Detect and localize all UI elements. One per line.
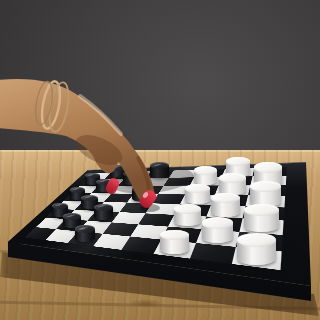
piece-top bbox=[185, 184, 210, 193]
piece-top bbox=[132, 185, 152, 192]
black-checker-piece bbox=[123, 171, 141, 185]
black-checker-piece bbox=[150, 162, 169, 177]
black-checker-piece bbox=[75, 225, 95, 242]
piece-top bbox=[85, 173, 100, 178]
piece-top bbox=[194, 166, 217, 174]
white-checker-piece bbox=[174, 204, 201, 226]
scene bbox=[0, 0, 320, 320]
white-checker-piece bbox=[194, 166, 217, 185]
black-checker-piece bbox=[96, 179, 113, 193]
white-checker-piece bbox=[202, 217, 234, 243]
white-checker-piece bbox=[244, 204, 279, 232]
piece-top bbox=[70, 187, 86, 193]
white-checker-piece bbox=[185, 184, 210, 204]
piece-top bbox=[202, 217, 234, 229]
piece-top bbox=[75, 225, 95, 232]
piece-top bbox=[94, 204, 113, 211]
white-checker-piece bbox=[160, 230, 189, 254]
square-r8c7 bbox=[190, 243, 236, 264]
wood-knot bbox=[128, 299, 164, 308]
white-checker-piece bbox=[219, 173, 246, 195]
piece-top bbox=[63, 213, 81, 220]
black-checker-piece bbox=[132, 185, 152, 202]
piece-top bbox=[174, 204, 201, 214]
white-checker-piece bbox=[237, 233, 276, 265]
piece-top bbox=[226, 157, 251, 166]
piece-top bbox=[219, 173, 246, 183]
white-checker-piece bbox=[250, 181, 281, 207]
piece-top bbox=[254, 162, 282, 172]
piece-top bbox=[96, 179, 113, 185]
black-checker-piece bbox=[94, 204, 113, 220]
white-checker-piece bbox=[211, 193, 240, 217]
piece-top bbox=[237, 233, 276, 247]
piece-top bbox=[81, 195, 98, 201]
piece-top bbox=[123, 171, 141, 177]
